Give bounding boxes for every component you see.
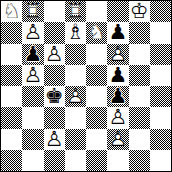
square-f1[interactable]: [107, 150, 128, 171]
piece-white-pawn: ♟♙: [107, 107, 128, 128]
square-h6[interactable]: [150, 44, 171, 65]
square-b1[interactable]: [22, 150, 43, 171]
square-c5[interactable]: [44, 65, 65, 86]
square-f5[interactable]: ♟: [107, 65, 128, 86]
square-c6[interactable]: ♟♙: [44, 44, 65, 65]
square-h5[interactable]: [150, 65, 171, 86]
square-b6[interactable]: ♟: [22, 44, 43, 65]
square-a7[interactable]: [1, 22, 22, 43]
square-a3[interactable]: [1, 107, 22, 128]
square-e6[interactable]: [86, 44, 107, 65]
square-g7[interactable]: [129, 22, 150, 43]
square-c3[interactable]: [44, 107, 65, 128]
square-g2[interactable]: [129, 129, 150, 150]
square-f6[interactable]: ♟♙: [107, 44, 128, 65]
square-e8[interactable]: [86, 1, 107, 22]
piece-white-bishop: ♝♗: [65, 22, 86, 43]
square-g4[interactable]: [129, 86, 150, 107]
square-c1[interactable]: [44, 150, 65, 171]
piece-white-pawn: ♟♙: [65, 86, 86, 107]
square-b3[interactable]: [22, 107, 43, 128]
piece-white-pawn: ♟♙: [44, 129, 65, 150]
square-e3[interactable]: [86, 107, 107, 128]
square-d7[interactable]: ♝♗: [65, 22, 86, 43]
square-a4[interactable]: [1, 86, 22, 107]
square-h1[interactable]: [150, 150, 171, 171]
square-d5[interactable]: [65, 65, 86, 86]
square-a6[interactable]: [1, 44, 22, 65]
square-g3[interactable]: [129, 107, 150, 128]
piece-black-pawn: ♟: [107, 86, 128, 107]
square-a8[interactable]: ♞♘: [1, 1, 22, 22]
square-d8[interactable]: ♜♖: [65, 1, 86, 22]
square-a1[interactable]: [1, 150, 22, 171]
square-c4[interactable]: ♚: [44, 86, 65, 107]
square-h2[interactable]: [150, 129, 171, 150]
square-e1[interactable]: [86, 150, 107, 171]
square-g8[interactable]: ♚♔: [129, 1, 150, 22]
piece-white-pawn: ♟♙: [107, 129, 128, 150]
square-f4[interactable]: ♟: [107, 86, 128, 107]
piece-white-rook: ♜♖: [22, 1, 43, 22]
square-c7[interactable]: [44, 22, 65, 43]
square-e4[interactable]: [86, 86, 107, 107]
square-b4[interactable]: [22, 86, 43, 107]
square-h8[interactable]: [150, 1, 171, 22]
piece-white-knight: ♞♘: [1, 1, 22, 22]
piece-white-rook: ♜♖: [65, 1, 86, 22]
square-c8[interactable]: [44, 1, 65, 22]
square-h7[interactable]: [150, 22, 171, 43]
square-d1[interactable]: [65, 150, 86, 171]
square-d2[interactable]: [65, 129, 86, 150]
piece-white-pawn: ♟♙: [22, 22, 43, 43]
square-e2[interactable]: [86, 129, 107, 150]
square-h3[interactable]: [150, 107, 171, 128]
square-g5[interactable]: [129, 65, 150, 86]
square-b7[interactable]: ♟♙: [22, 22, 43, 43]
square-b8[interactable]: ♜♖: [22, 1, 43, 22]
square-a2[interactable]: [1, 129, 22, 150]
square-c2[interactable]: ♟♙: [44, 129, 65, 150]
square-f3[interactable]: ♟♙: [107, 107, 128, 128]
square-g6[interactable]: [129, 44, 150, 65]
square-d6[interactable]: [65, 44, 86, 65]
piece-black-pawn: ♟: [107, 22, 128, 43]
square-e5[interactable]: [86, 65, 107, 86]
square-f7[interactable]: ♟: [107, 22, 128, 43]
piece-white-king: ♚♔: [129, 1, 150, 22]
piece-white-pawn: ♟♙: [44, 44, 65, 65]
square-b2[interactable]: [22, 129, 43, 150]
piece-white-pawn: ♟♙: [107, 44, 128, 65]
square-b5[interactable]: ♟♙: [22, 65, 43, 86]
piece-white-pawn: ♟♙: [22, 65, 43, 86]
square-g1[interactable]: [129, 150, 150, 171]
square-e7[interactable]: ♞♘: [86, 22, 107, 43]
square-d3[interactable]: [65, 107, 86, 128]
square-d4[interactable]: ♟♙: [65, 86, 86, 107]
square-a5[interactable]: [1, 65, 22, 86]
square-f8[interactable]: [107, 1, 128, 22]
square-f2[interactable]: ♟♙: [107, 129, 128, 150]
piece-white-knight: ♞♘: [86, 22, 107, 43]
chess-board: ♞♘♜♖♜♖♚♔♟♙♝♗♞♘♟♟♟♙♟♙♟♙♟♚♟♙♟♟♙♟♙♟♙: [0, 0, 172, 172]
piece-black-pawn: ♟: [107, 65, 128, 86]
piece-black-pawn: ♟: [22, 44, 43, 65]
square-h4[interactable]: [150, 86, 171, 107]
piece-black-king: ♚: [44, 86, 65, 107]
